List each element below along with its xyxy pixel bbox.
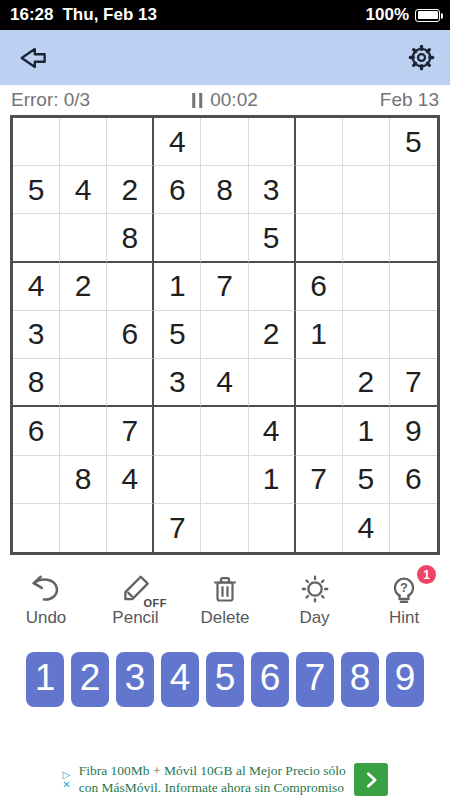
cell-r9c5[interactable] bbox=[201, 504, 248, 552]
battery-percent: 100% bbox=[366, 5, 409, 25]
cell-r1c2[interactable] bbox=[60, 118, 107, 166]
app-header bbox=[0, 30, 450, 85]
pencil-toggle-button[interactable]: OFF Pencil bbox=[108, 573, 164, 628]
cell-r5c4[interactable]: 5 bbox=[154, 311, 201, 359]
cell-r2c7[interactable] bbox=[296, 166, 343, 214]
cell-r8c8[interactable]: 5 bbox=[343, 456, 390, 504]
hint-bulb-icon: ? bbox=[387, 573, 421, 605]
hint-badge: 1 bbox=[417, 565, 436, 584]
ad-text: Fibra 100Mb + Móvil 10GB al Mejor Precio… bbox=[79, 763, 346, 797]
cell-r9c7[interactable] bbox=[296, 504, 343, 552]
cell-r3c2[interactable] bbox=[60, 214, 107, 262]
cell-r7c1[interactable]: 6 bbox=[13, 407, 60, 455]
cell-r6c7[interactable] bbox=[296, 359, 343, 407]
cell-r5c3[interactable]: 6 bbox=[107, 311, 154, 359]
numpad-key-1[interactable]: 1 bbox=[26, 652, 64, 707]
cell-r2c5[interactable]: 8 bbox=[201, 166, 248, 214]
info-bar: Error: 0/3 00:02 Feb 13 bbox=[0, 85, 450, 115]
numpad-key-4[interactable]: 4 bbox=[161, 652, 199, 707]
cell-r8c6[interactable]: 1 bbox=[249, 456, 296, 504]
cell-r5c2[interactable] bbox=[60, 311, 107, 359]
cell-r4c1[interactable]: 4 bbox=[13, 263, 60, 311]
cell-r1c8[interactable] bbox=[343, 118, 390, 166]
cell-r3c8[interactable] bbox=[343, 214, 390, 262]
cell-r5c5[interactable] bbox=[201, 311, 248, 359]
cell-r8c3[interactable]: 4 bbox=[107, 456, 154, 504]
cell-r1c1[interactable] bbox=[13, 118, 60, 166]
cell-r6c3[interactable] bbox=[107, 359, 154, 407]
cell-r6c8[interactable]: 2 bbox=[343, 359, 390, 407]
cell-r2c6[interactable]: 3 bbox=[249, 166, 296, 214]
cell-r5c6[interactable]: 2 bbox=[249, 311, 296, 359]
cell-r2c8[interactable] bbox=[343, 166, 390, 214]
number-pad: 123456789 bbox=[0, 652, 450, 707]
sun-icon bbox=[298, 573, 332, 605]
cell-r9c3[interactable] bbox=[107, 504, 154, 552]
numpad-key-3[interactable]: 3 bbox=[116, 652, 154, 707]
cell-r3c3[interactable]: 8 bbox=[107, 214, 154, 262]
chevron-right-icon bbox=[360, 769, 382, 791]
cell-r3c1[interactable] bbox=[13, 214, 60, 262]
numpad-key-9[interactable]: 9 bbox=[386, 652, 424, 707]
cell-r3c7[interactable] bbox=[296, 214, 343, 262]
cell-r5c9[interactable] bbox=[390, 311, 437, 359]
cell-r9c8[interactable]: 4 bbox=[343, 504, 390, 552]
cell-r2c4[interactable]: 6 bbox=[154, 166, 201, 214]
cell-r2c3[interactable]: 2 bbox=[107, 166, 154, 214]
cell-r9c6[interactable] bbox=[249, 504, 296, 552]
cell-r6c2[interactable] bbox=[60, 359, 107, 407]
cell-r9c1[interactable] bbox=[13, 504, 60, 552]
cell-r2c1[interactable]: 5 bbox=[13, 166, 60, 214]
ad-line2: con MásMóvil. Informate ahora sin Compro… bbox=[79, 780, 344, 795]
settings-button[interactable] bbox=[406, 42, 437, 73]
cell-r8c4[interactable] bbox=[154, 456, 201, 504]
hint-label: Hint bbox=[389, 608, 419, 628]
cell-r7c3[interactable]: 7 bbox=[107, 407, 154, 455]
cell-r2c2[interactable]: 4 bbox=[60, 166, 107, 214]
cell-r7c8[interactable]: 1 bbox=[343, 407, 390, 455]
gear-icon bbox=[406, 42, 437, 73]
cell-r7c5[interactable] bbox=[201, 407, 248, 455]
cell-r7c7[interactable] bbox=[296, 407, 343, 455]
cell-r6c9[interactable]: 7 bbox=[390, 359, 437, 407]
cell-r6c5[interactable]: 4 bbox=[201, 359, 248, 407]
ad-cta-button[interactable] bbox=[354, 763, 388, 796]
cell-r3c4[interactable] bbox=[154, 214, 201, 262]
cell-r1c3[interactable] bbox=[107, 118, 154, 166]
cell-r8c7[interactable]: 7 bbox=[296, 456, 343, 504]
ad-line1: Fibra 100Mb + Móvil 10GB al Mejor Precio… bbox=[79, 763, 346, 778]
numpad-key-8[interactable]: 8 bbox=[341, 652, 379, 707]
cell-r2c9[interactable] bbox=[390, 166, 437, 214]
pencil-state-label: OFF bbox=[144, 597, 168, 609]
cell-r3c6[interactable]: 5 bbox=[249, 214, 296, 262]
cell-r4c4[interactable]: 1 bbox=[154, 263, 201, 311]
cell-r5c7[interactable]: 1 bbox=[296, 311, 343, 359]
cell-r6c4[interactable]: 3 bbox=[154, 359, 201, 407]
theme-toggle-button[interactable]: Day bbox=[287, 573, 343, 628]
cell-r8c2[interactable]: 8 bbox=[60, 456, 107, 504]
delete-label: Delete bbox=[200, 608, 249, 628]
cell-r1c5[interactable] bbox=[201, 118, 248, 166]
battery-icon bbox=[415, 9, 440, 22]
cell-r4c5[interactable]: 7 bbox=[201, 263, 248, 311]
numpad-key-6[interactable]: 6 bbox=[251, 652, 289, 707]
status-bar: 16:28 Thu, Feb 13 100% bbox=[0, 0, 450, 30]
cell-r4c6[interactable] bbox=[249, 263, 296, 311]
cell-r7c9[interactable]: 9 bbox=[390, 407, 437, 455]
clock: 16:28 bbox=[10, 5, 53, 25]
cell-r8c1[interactable] bbox=[13, 456, 60, 504]
day-label: Day bbox=[299, 608, 329, 628]
cell-r8c5[interactable] bbox=[201, 456, 248, 504]
pencil-label: Pencil bbox=[112, 608, 158, 628]
adchoices-icon[interactable]: ▷ ✕ bbox=[62, 770, 70, 790]
cell-r4c7[interactable]: 6 bbox=[296, 263, 343, 311]
cell-r7c2[interactable] bbox=[60, 407, 107, 455]
error-counter: Error: 0/3 bbox=[11, 89, 90, 111]
numpad-key-5[interactable]: 5 bbox=[206, 652, 244, 707]
cell-r9c9[interactable] bbox=[390, 504, 437, 552]
cell-r4c9[interactable] bbox=[390, 263, 437, 311]
svg-text:?: ? bbox=[400, 580, 408, 595]
cell-r9c4[interactable]: 7 bbox=[154, 504, 201, 552]
cell-r1c4[interactable]: 4 bbox=[154, 118, 201, 166]
back-arrow-icon bbox=[13, 43, 51, 73]
pause-icon[interactable] bbox=[192, 93, 202, 108]
cell-r3c9[interactable] bbox=[390, 214, 437, 262]
toolbar: Undo OFF Pencil Delete bbox=[0, 573, 450, 628]
undo-label: Undo bbox=[26, 608, 67, 628]
puzzle-date: Feb 13 bbox=[380, 89, 439, 111]
cell-r4c3[interactable] bbox=[107, 263, 154, 311]
cell-r1c6[interactable] bbox=[249, 118, 296, 166]
cell-r6c6[interactable] bbox=[249, 359, 296, 407]
numpad-key-7[interactable]: 7 bbox=[296, 652, 334, 707]
cell-r4c2[interactable]: 2 bbox=[60, 263, 107, 311]
hint-button[interactable]: ? 1 Hint bbox=[376, 573, 432, 628]
cell-r9c2[interactable] bbox=[60, 504, 107, 552]
cell-r1c9[interactable]: 5 bbox=[390, 118, 437, 166]
trash-icon bbox=[209, 573, 241, 605]
cell-r7c6[interactable]: 4 bbox=[249, 407, 296, 455]
status-date: Thu, Feb 13 bbox=[62, 5, 156, 25]
cell-r7c4[interactable] bbox=[154, 407, 201, 455]
undo-icon bbox=[29, 573, 63, 605]
cell-r5c1[interactable]: 3 bbox=[13, 311, 60, 359]
back-button[interactable] bbox=[13, 43, 51, 73]
ad-banner[interactable]: ▷ ✕ Fibra 100Mb + Móvil 10GB al Mejor Pr… bbox=[0, 761, 450, 798]
undo-button[interactable]: Undo bbox=[18, 573, 74, 628]
cell-r6c1[interactable]: 8 bbox=[13, 359, 60, 407]
delete-button[interactable]: Delete bbox=[197, 573, 253, 628]
cell-r1c7[interactable] bbox=[296, 118, 343, 166]
timer: 00:02 bbox=[210, 89, 258, 111]
cell-r5c8[interactable] bbox=[343, 311, 390, 359]
numpad-key-2[interactable]: 2 bbox=[71, 652, 109, 707]
cell-r4c8[interactable] bbox=[343, 263, 390, 311]
sudoku-board: 45542683854217636521834276741984175674 bbox=[10, 115, 440, 555]
cell-r8c9[interactable]: 6 bbox=[390, 456, 437, 504]
cell-r3c5[interactable] bbox=[201, 214, 248, 262]
